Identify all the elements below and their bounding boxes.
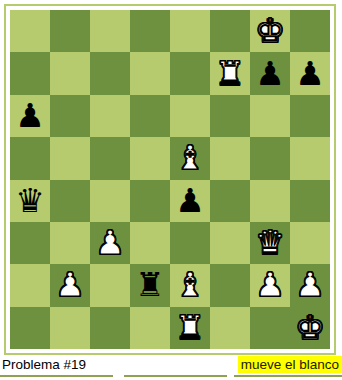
square-d6[interactable] — [130, 95, 170, 137]
square-h4[interactable] — [290, 180, 330, 222]
square-a6[interactable]: ♟ — [10, 95, 50, 137]
square-h2[interactable]: ♟ — [290, 264, 330, 306]
square-c6[interactable] — [90, 95, 130, 137]
square-g2[interactable]: ♟ — [250, 264, 290, 306]
square-e4[interactable]: ♟ — [170, 180, 210, 222]
square-c4[interactable] — [90, 180, 130, 222]
square-f4[interactable] — [210, 180, 250, 222]
square-d1[interactable] — [130, 307, 170, 349]
piece-white-pawn-c3[interactable]: ♟ — [95, 222, 125, 264]
piece-white-rook-e1[interactable]: ♜ — [175, 307, 205, 349]
square-g1[interactable] — [250, 307, 290, 349]
square-d3[interactable] — [130, 222, 170, 264]
square-f6[interactable] — [210, 95, 250, 137]
footer-underline-2 — [124, 375, 227, 377]
square-e7[interactable] — [170, 52, 210, 94]
square-f5[interactable] — [210, 137, 250, 179]
square-c7[interactable] — [90, 52, 130, 94]
square-f3[interactable] — [210, 222, 250, 264]
piece-black-queen-a4[interactable]: ♛ — [15, 180, 45, 222]
square-a7[interactable] — [10, 52, 50, 94]
square-a4[interactable]: ♛ — [10, 180, 50, 222]
square-a1[interactable] — [10, 307, 50, 349]
board-frame: ♚♜♟♟♟♝♛♟♟♛♟♜♝♟♟♜♚ — [4, 4, 336, 355]
problem-label: Problema #19 — [2, 357, 86, 372]
square-b8[interactable] — [50, 10, 90, 52]
square-b6[interactable] — [50, 95, 90, 137]
square-d2[interactable]: ♜ — [130, 264, 170, 306]
piece-white-pawn-g2[interactable]: ♟ — [255, 264, 285, 306]
square-c2[interactable] — [90, 264, 130, 306]
square-d7[interactable] — [130, 52, 170, 94]
square-f1[interactable] — [210, 307, 250, 349]
piece-black-pawn-h7[interactable]: ♟ — [295, 53, 325, 95]
square-c5[interactable] — [90, 137, 130, 179]
chess-board: ♚♜♟♟♟♝♛♟♟♛♟♜♝♟♟♜♚ — [10, 10, 330, 349]
piece-black-rook-d2[interactable]: ♜ — [135, 264, 165, 306]
square-c1[interactable] — [90, 307, 130, 349]
square-h1[interactable]: ♚ — [290, 307, 330, 349]
footer-underline-1 — [0, 375, 113, 377]
piece-white-bishop-e2[interactable]: ♝ — [175, 264, 205, 306]
piece-white-pawn-b2[interactable]: ♟ — [55, 264, 85, 306]
square-h6[interactable] — [290, 95, 330, 137]
square-a8[interactable] — [10, 10, 50, 52]
square-d5[interactable] — [130, 137, 170, 179]
piece-black-king-g8[interactable]: ♚ — [255, 10, 285, 52]
square-f7[interactable]: ♜ — [210, 52, 250, 94]
square-g8[interactable]: ♚ — [250, 10, 290, 52]
square-b7[interactable] — [50, 52, 90, 94]
square-b3[interactable] — [50, 222, 90, 264]
square-b4[interactable] — [50, 180, 90, 222]
square-a5[interactable] — [10, 137, 50, 179]
square-e8[interactable] — [170, 10, 210, 52]
square-b5[interactable] — [50, 137, 90, 179]
square-a3[interactable] — [10, 222, 50, 264]
square-e2[interactable]: ♝ — [170, 264, 210, 306]
square-f8[interactable] — [210, 10, 250, 52]
square-g6[interactable] — [250, 95, 290, 137]
piece-white-queen-g3[interactable]: ♛ — [255, 222, 285, 264]
square-g3[interactable]: ♛ — [250, 222, 290, 264]
piece-black-pawn-g7[interactable]: ♟ — [255, 53, 285, 95]
square-a2[interactable] — [10, 264, 50, 306]
square-d8[interactable] — [130, 10, 170, 52]
caption-row: Problema #19 mueve el blanco — [0, 356, 342, 375]
square-e6[interactable] — [170, 95, 210, 137]
side-to-move-label: mueve el blanco — [238, 356, 342, 373]
piece-white-bishop-e5[interactable]: ♝ — [175, 137, 205, 179]
piece-black-pawn-a6[interactable]: ♟ — [15, 95, 45, 137]
square-h5[interactable] — [290, 137, 330, 179]
square-e3[interactable] — [170, 222, 210, 264]
piece-white-king-h1[interactable]: ♚ — [295, 307, 325, 349]
square-g7[interactable]: ♟ — [250, 52, 290, 94]
piece-black-pawn-e4[interactable]: ♟ — [175, 180, 205, 222]
square-c3[interactable]: ♟ — [90, 222, 130, 264]
square-d4[interactable] — [130, 180, 170, 222]
square-h3[interactable] — [290, 222, 330, 264]
square-b1[interactable] — [50, 307, 90, 349]
square-e5[interactable]: ♝ — [170, 137, 210, 179]
square-h8[interactable] — [290, 10, 330, 52]
square-c8[interactable] — [90, 10, 130, 52]
square-f2[interactable] — [210, 264, 250, 306]
piece-white-rook-f7[interactable]: ♜ — [215, 53, 245, 95]
square-b2[interactable]: ♟ — [50, 264, 90, 306]
piece-white-pawn-h2[interactable]: ♟ — [295, 264, 325, 306]
square-h7[interactable]: ♟ — [290, 52, 330, 94]
square-g5[interactable] — [250, 137, 290, 179]
square-e1[interactable]: ♜ — [170, 307, 210, 349]
square-g4[interactable] — [250, 180, 290, 222]
footer-underline-3 — [234, 375, 342, 377]
